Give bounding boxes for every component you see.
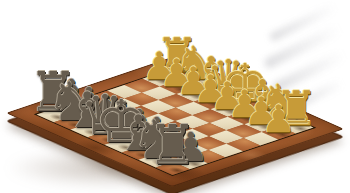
chess-set-photo: ♜♞♝♛♚♝♞♜♟♟♟♟♟♟♟♟♟♟♟♟♟♟♟♟♜♞♝♛♚♝♞♜ bbox=[0, 0, 350, 193]
square-h8: ♜ bbox=[155, 161, 190, 174]
piece-gold-pawn: ♟ bbox=[261, 100, 295, 138]
playing-area: ♜♞♝♛♚♝♞♜♟♟♟♟♟♟♟♟♟♟♟♟♟♟♟♟♜♞♝♛♚♝♞♜ bbox=[34, 66, 317, 176]
board-frame: ♜♞♝♛♚♝♞♜♟♟♟♟♟♟♟♟♟♟♟♟♟♟♟♟♜♞♝♛♚♝♞♜ bbox=[5, 55, 344, 187]
chess-board: ♜♞♝♛♚♝♞♜♟♟♟♟♟♟♟♟♟♟♟♟♟♟♟♟♜♞♝♛♚♝♞♜ bbox=[49, 0, 300, 193]
piece-pewter-rook: ♜ bbox=[148, 118, 197, 173]
